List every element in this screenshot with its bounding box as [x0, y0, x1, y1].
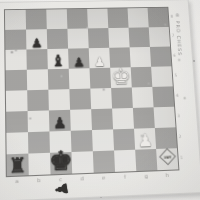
rank-label-2: 2 — [176, 126, 184, 147]
rank-label-3: 3 — [175, 106, 183, 127]
black-rook-a1[interactable]: ♜ — [0, 154, 35, 176]
square-e2[interactable] — [92, 129, 114, 151]
black-pawn-c3[interactable]: ♟ — [43, 116, 77, 132]
square-a4[interactable] — [6, 90, 28, 111]
square-d7[interactable] — [67, 28, 88, 48]
square-f7[interactable] — [108, 28, 129, 48]
square-f4[interactable] — [111, 87, 133, 108]
square-e6[interactable]: ♟ — [89, 48, 110, 68]
file-label-g: g — [135, 172, 156, 179]
square-e3[interactable] — [91, 109, 113, 131]
square-a1[interactable]: ♜ — [7, 154, 29, 177]
square-b4[interactable] — [27, 90, 49, 111]
square-g3[interactable] — [133, 107, 155, 128]
file-label-h: h — [156, 171, 177, 178]
square-c4[interactable] — [48, 89, 70, 110]
square-b7[interactable]: ♟ — [26, 29, 47, 49]
square-h6[interactable] — [150, 47, 171, 67]
square-a5[interactable] — [6, 70, 28, 91]
square-f3[interactable] — [112, 108, 134, 129]
file-label-e: e — [93, 173, 115, 180]
square-e7[interactable] — [88, 28, 109, 48]
square-g7[interactable] — [129, 27, 150, 47]
corner-emblem: ♛♚♜ — [158, 147, 176, 165]
square-e8[interactable] — [87, 9, 108, 29]
square-g1[interactable] — [135, 149, 157, 171]
emblem-diamond-icon: ♛♚♜ — [159, 148, 176, 165]
square-h8[interactable] — [148, 8, 169, 28]
square-f8[interactable] — [107, 8, 128, 28]
square-e4[interactable] — [90, 88, 112, 109]
square-c1[interactable]: ♚ — [50, 152, 72, 174]
square-a3[interactable] — [6, 111, 28, 133]
square-h3[interactable] — [154, 107, 176, 128]
square-a6[interactable] — [5, 49, 26, 70]
square-a2[interactable] — [6, 132, 28, 154]
square-g2[interactable]: ♟ — [134, 128, 156, 150]
square-b5[interactable] — [27, 69, 49, 90]
emblem-pieces-icon: ♛♚♜ — [163, 153, 171, 158]
square-g8[interactable] — [128, 8, 149, 28]
square-c3[interactable]: ♟ — [49, 110, 71, 132]
rank-label-1: 1 — [177, 147, 185, 168]
square-f1[interactable] — [114, 150, 136, 172]
captured-black-pawn[interactable]: ♟ — [53, 181, 71, 198]
square-e1[interactable] — [93, 150, 115, 172]
white-king-f5[interactable]: ♚ — [104, 66, 137, 88]
square-f5[interactable]: ♚ — [110, 67, 132, 88]
white-pawn-g2[interactable]: ♟ — [128, 132, 162, 150]
rank-label-5: 5 — [172, 65, 180, 85]
square-g6[interactable] — [130, 47, 151, 67]
square-g4[interactable] — [132, 87, 154, 108]
file-label-f: f — [114, 173, 136, 180]
square-d5[interactable] — [69, 68, 91, 89]
square-h4[interactable] — [152, 86, 174, 107]
square-a8[interactable] — [5, 10, 26, 30]
square-h5[interactable] — [151, 66, 173, 87]
square-b8[interactable] — [26, 10, 47, 30]
square-h7[interactable] — [149, 27, 170, 47]
file-label-d: d — [71, 174, 93, 181]
square-d4[interactable] — [69, 89, 91, 110]
chess-mat: ♟♝♟♟♚♟♟♜♚ abcdefgh 87654321 ® PRO CHESS … — [0, 0, 200, 200]
square-d8[interactable] — [67, 9, 88, 29]
square-c5[interactable] — [48, 69, 70, 90]
black-pawn-b7[interactable]: ♟ — [20, 37, 53, 50]
photo-viewport: ♟♝♟♟♚♟♟♜♚ abcdefgh 87654321 ® PRO CHESS … — [0, 0, 200, 200]
square-c8[interactable] — [46, 9, 67, 29]
file-label-b: b — [28, 176, 50, 183]
black-king-c1[interactable]: ♚ — [44, 147, 79, 175]
rank-label-4: 4 — [173, 85, 181, 106]
chess-board: ♟♝♟♟♚♟♟♜♚ — [4, 7, 180, 177]
